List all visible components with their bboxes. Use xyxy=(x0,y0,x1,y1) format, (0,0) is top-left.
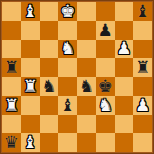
square-e1[interactable] xyxy=(77,133,96,152)
square-a4[interactable] xyxy=(2,77,21,96)
square-h2[interactable] xyxy=(133,115,152,134)
square-e8[interactable] xyxy=(77,2,96,21)
square-a6[interactable] xyxy=(2,40,21,59)
square-b3[interactable] xyxy=(21,96,40,115)
square-c6[interactable] xyxy=(40,40,59,59)
piece-black-bishop[interactable]: ♝ xyxy=(135,3,150,20)
square-d5[interactable] xyxy=(58,58,77,77)
square-c3[interactable] xyxy=(40,96,59,115)
square-g6[interactable]: ♟ xyxy=(115,40,134,59)
square-e2[interactable] xyxy=(77,115,96,134)
piece-black-knight[interactable]: ♞ xyxy=(79,78,94,95)
square-b2[interactable] xyxy=(21,115,40,134)
piece-white-pawn[interactable]: ♟ xyxy=(135,97,150,114)
square-b8[interactable]: ♝ xyxy=(21,2,40,21)
chess-board: ♝♚♝♟♞♟♜♜♜♞♞♚♜♝♞♟♛♝ xyxy=(0,0,154,154)
square-a3[interactable]: ♜ xyxy=(2,96,21,115)
square-d1[interactable] xyxy=(58,133,77,152)
square-g5[interactable] xyxy=(115,58,134,77)
square-c5[interactable] xyxy=(40,58,59,77)
square-h6[interactable] xyxy=(133,40,152,59)
square-c4[interactable]: ♞ xyxy=(40,77,59,96)
square-f5[interactable] xyxy=(96,58,115,77)
square-g7[interactable] xyxy=(115,21,134,40)
square-c7[interactable] xyxy=(40,21,59,40)
square-f8[interactable] xyxy=(96,2,115,21)
square-h8[interactable]: ♝ xyxy=(133,2,152,21)
square-f1[interactable] xyxy=(96,133,115,152)
square-e7[interactable] xyxy=(77,21,96,40)
square-g3[interactable] xyxy=(115,96,134,115)
square-e4[interactable]: ♞ xyxy=(77,77,96,96)
square-d4[interactable] xyxy=(58,77,77,96)
piece-black-king[interactable]: ♚ xyxy=(98,78,113,95)
square-h3[interactable]: ♟ xyxy=(133,96,152,115)
square-e3[interactable] xyxy=(77,96,96,115)
piece-black-bishop[interactable]: ♝ xyxy=(60,97,75,114)
piece-white-knight[interactable]: ♞ xyxy=(98,97,113,114)
square-d7[interactable] xyxy=(58,21,77,40)
piece-white-rook[interactable]: ♜ xyxy=(23,78,38,95)
square-g8[interactable] xyxy=(115,2,134,21)
square-f7[interactable]: ♟ xyxy=(96,21,115,40)
square-d8[interactable]: ♚ xyxy=(58,2,77,21)
piece-white-pawn[interactable]: ♟ xyxy=(116,40,131,57)
square-d3[interactable]: ♝ xyxy=(58,96,77,115)
square-f6[interactable] xyxy=(96,40,115,59)
square-a7[interactable] xyxy=(2,21,21,40)
square-b5[interactable] xyxy=(21,58,40,77)
square-c1[interactable] xyxy=(40,133,59,152)
piece-black-queen[interactable]: ♛ xyxy=(4,134,19,151)
square-a8[interactable] xyxy=(2,2,21,21)
square-g2[interactable] xyxy=(115,115,134,134)
piece-white-knight[interactable]: ♞ xyxy=(60,40,75,57)
square-d2[interactable] xyxy=(58,115,77,134)
piece-black-pawn[interactable]: ♟ xyxy=(98,22,113,39)
piece-white-king[interactable]: ♚ xyxy=(60,3,75,20)
square-c8[interactable] xyxy=(40,2,59,21)
square-a5[interactable]: ♜ xyxy=(2,58,21,77)
square-f3[interactable]: ♞ xyxy=(96,96,115,115)
piece-black-knight[interactable]: ♞ xyxy=(41,78,56,95)
square-b1[interactable]: ♝ xyxy=(21,133,40,152)
square-g4[interactable] xyxy=(115,77,134,96)
piece-black-rook[interactable]: ♜ xyxy=(135,59,150,76)
square-d6[interactable]: ♞ xyxy=(58,40,77,59)
square-e6[interactable] xyxy=(77,40,96,59)
square-h5[interactable]: ♜ xyxy=(133,58,152,77)
square-f2[interactable] xyxy=(96,115,115,134)
square-h4[interactable] xyxy=(133,77,152,96)
square-b6[interactable] xyxy=(21,40,40,59)
square-h7[interactable] xyxy=(133,21,152,40)
square-b7[interactable] xyxy=(21,21,40,40)
piece-black-rook[interactable]: ♜ xyxy=(4,59,19,76)
square-a1[interactable]: ♛ xyxy=(2,133,21,152)
square-f4[interactable]: ♚ xyxy=(96,77,115,96)
square-a2[interactable] xyxy=(2,115,21,134)
piece-white-bishop[interactable]: ♝ xyxy=(23,134,38,151)
piece-white-rook[interactable]: ♜ xyxy=(4,97,19,114)
square-e5[interactable] xyxy=(77,58,96,77)
square-c2[interactable] xyxy=(40,115,59,134)
square-b4[interactable]: ♜ xyxy=(21,77,40,96)
piece-white-bishop[interactable]: ♝ xyxy=(23,3,38,20)
square-g1[interactable] xyxy=(115,133,134,152)
square-h1[interactable] xyxy=(133,133,152,152)
